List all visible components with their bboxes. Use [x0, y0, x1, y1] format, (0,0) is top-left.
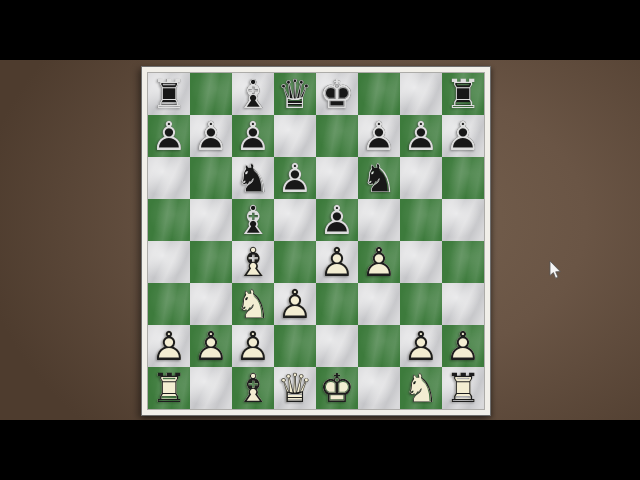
square-b7[interactable]: ♟♙	[190, 115, 232, 157]
piece-outline-glyph: ♗	[232, 199, 274, 241]
piece-black-rook[interactable]: ♜♖	[148, 73, 190, 115]
piece-black-queen[interactable]: ♛♕	[274, 73, 316, 115]
piece-outline-glyph: ♙	[190, 115, 232, 157]
piece-black-pawn[interactable]: ♟♙	[190, 115, 232, 157]
square-b6[interactable]	[190, 157, 232, 199]
piece-outline-glyph: ♙	[190, 325, 232, 367]
piece-outline-glyph: ♙	[316, 199, 358, 241]
square-c2[interactable]: ♟♙	[232, 325, 274, 367]
piece-outline-glyph: ♙	[232, 325, 274, 367]
square-a7[interactable]: ♟♙	[148, 115, 190, 157]
piece-white-pawn[interactable]: ♟♙	[442, 325, 484, 367]
square-h4[interactable]	[442, 241, 484, 283]
square-g6[interactable]	[400, 157, 442, 199]
square-c1[interactable]: ♝♗	[232, 367, 274, 409]
square-d8[interactable]: ♛♕	[274, 73, 316, 115]
piece-black-pawn[interactable]: ♟♙	[316, 199, 358, 241]
piece-outline-glyph: ♖	[442, 367, 484, 409]
piece-white-pawn[interactable]: ♟♙	[232, 325, 274, 367]
piece-white-pawn[interactable]: ♟♙	[316, 241, 358, 283]
piece-white-knight[interactable]: ♞♘	[232, 283, 274, 325]
square-f2[interactable]	[358, 325, 400, 367]
piece-black-pawn[interactable]: ♟♙	[232, 115, 274, 157]
letterbox-top	[0, 0, 640, 60]
piece-outline-glyph: ♖	[148, 367, 190, 409]
square-a5[interactable]	[148, 199, 190, 241]
square-a2[interactable]: ♟♙	[148, 325, 190, 367]
square-g2[interactable]: ♟♙	[400, 325, 442, 367]
square-d7[interactable]	[274, 115, 316, 157]
piece-outline-glyph: ♙	[232, 115, 274, 157]
square-e7[interactable]	[316, 115, 358, 157]
square-e1[interactable]: ♚♔	[316, 367, 358, 409]
square-g7[interactable]: ♟♙	[400, 115, 442, 157]
piece-outline-glyph: ♙	[148, 325, 190, 367]
piece-outline-glyph: ♖	[148, 73, 190, 115]
piece-outline-glyph: ♘	[232, 157, 274, 199]
piece-black-pawn[interactable]: ♟♙	[148, 115, 190, 157]
piece-black-bishop[interactable]: ♝♗	[232, 199, 274, 241]
square-h6[interactable]	[442, 157, 484, 199]
piece-white-bishop[interactable]: ♝♗	[232, 367, 274, 409]
square-f4[interactable]: ♟♙	[358, 241, 400, 283]
piece-black-pawn[interactable]: ♟♙	[274, 157, 316, 199]
square-f1[interactable]	[358, 367, 400, 409]
piece-outline-glyph: ♕	[274, 73, 316, 115]
square-b1[interactable]	[190, 367, 232, 409]
square-f6[interactable]: ♞♘	[358, 157, 400, 199]
square-b5[interactable]	[190, 199, 232, 241]
piece-outline-glyph: ♙	[274, 157, 316, 199]
square-d4[interactable]	[274, 241, 316, 283]
piece-outline-glyph: ♔	[316, 367, 358, 409]
square-e6[interactable]	[316, 157, 358, 199]
piece-outline-glyph: ♔	[316, 73, 358, 115]
square-d6[interactable]: ♟♙	[274, 157, 316, 199]
screen: { "game": "chess", "position": { "fen": …	[0, 0, 640, 480]
mouse-cursor-icon	[549, 261, 562, 280]
piece-white-rook[interactable]: ♜♖	[148, 367, 190, 409]
piece-black-king[interactable]: ♚♔	[316, 73, 358, 115]
letterbox-bottom	[0, 420, 640, 480]
video-stage: ♜♖♝♗♛♕♚♔♜♖♟♙♟♙♟♙♟♙♟♙♟♙♞♘♟♙♞♘♝♗♟♙♝♗♟♙♟♙♞♘…	[0, 60, 640, 420]
square-c5[interactable]: ♝♗	[232, 199, 274, 241]
square-f7[interactable]: ♟♙	[358, 115, 400, 157]
piece-white-pawn[interactable]: ♟♙	[358, 241, 400, 283]
piece-outline-glyph: ♕	[274, 367, 316, 409]
piece-black-rook[interactable]: ♜♖	[442, 73, 484, 115]
square-c3[interactable]: ♞♘	[232, 283, 274, 325]
square-h8[interactable]: ♜♖	[442, 73, 484, 115]
piece-black-knight[interactable]: ♞♘	[232, 157, 274, 199]
piece-white-pawn[interactable]: ♟♙	[400, 325, 442, 367]
square-g5[interactable]	[400, 199, 442, 241]
piece-black-knight[interactable]: ♞♘	[358, 157, 400, 199]
piece-black-pawn[interactable]: ♟♙	[358, 115, 400, 157]
square-d1[interactable]: ♛♕	[274, 367, 316, 409]
square-h2[interactable]: ♟♙	[442, 325, 484, 367]
square-a6[interactable]	[148, 157, 190, 199]
square-d2[interactable]	[274, 325, 316, 367]
chess-board-frame: ♜♖♝♗♛♕♚♔♜♖♟♙♟♙♟♙♟♙♟♙♟♙♞♘♟♙♞♘♝♗♟♙♝♗♟♙♟♙♞♘…	[141, 66, 491, 416]
piece-black-bishop[interactable]: ♝♗	[232, 73, 274, 115]
square-h3[interactable]	[442, 283, 484, 325]
square-h7[interactable]: ♟♙	[442, 115, 484, 157]
square-f8[interactable]	[358, 73, 400, 115]
piece-white-pawn[interactable]: ♟♙	[190, 325, 232, 367]
piece-outline-glyph: ♘	[358, 157, 400, 199]
square-b8[interactable]	[190, 73, 232, 115]
square-c4[interactable]: ♝♗	[232, 241, 274, 283]
piece-white-knight[interactable]: ♞♘	[400, 367, 442, 409]
piece-outline-glyph: ♙	[316, 241, 358, 283]
square-b3[interactable]	[190, 283, 232, 325]
piece-outline-glyph: ♘	[232, 283, 274, 325]
piece-outline-glyph: ♙	[400, 115, 442, 157]
piece-outline-glyph: ♖	[442, 73, 484, 115]
piece-white-rook[interactable]: ♜♖	[442, 367, 484, 409]
square-d5[interactable]	[274, 199, 316, 241]
piece-white-pawn[interactable]: ♟♙	[148, 325, 190, 367]
square-e2[interactable]	[316, 325, 358, 367]
square-f5[interactable]	[358, 199, 400, 241]
piece-outline-glyph: ♙	[358, 241, 400, 283]
piece-outline-glyph: ♗	[232, 73, 274, 115]
piece-outline-glyph: ♙	[442, 325, 484, 367]
piece-outline-glyph: ♗	[232, 241, 274, 283]
square-b2[interactable]: ♟♙	[190, 325, 232, 367]
piece-white-king[interactable]: ♚♔	[316, 367, 358, 409]
square-d3[interactable]: ♟♙	[274, 283, 316, 325]
square-b4[interactable]	[190, 241, 232, 283]
square-c6[interactable]: ♞♘	[232, 157, 274, 199]
square-e5[interactable]: ♟♙	[316, 199, 358, 241]
square-e8[interactable]: ♚♔	[316, 73, 358, 115]
piece-black-pawn[interactable]: ♟♙	[442, 115, 484, 157]
square-a8[interactable]: ♜♖	[148, 73, 190, 115]
piece-outline-glyph: ♘	[400, 367, 442, 409]
square-a3[interactable]	[148, 283, 190, 325]
piece-black-pawn[interactable]: ♟♙	[400, 115, 442, 157]
piece-white-queen[interactable]: ♛♕	[274, 367, 316, 409]
piece-outline-glyph: ♗	[232, 367, 274, 409]
piece-outline-glyph: ♙	[400, 325, 442, 367]
square-f3[interactable]	[358, 283, 400, 325]
square-g3[interactable]	[400, 283, 442, 325]
piece-outline-glyph: ♙	[442, 115, 484, 157]
chess-board: ♜♖♝♗♛♕♚♔♜♖♟♙♟♙♟♙♟♙♟♙♟♙♞♘♟♙♞♘♝♗♟♙♝♗♟♙♟♙♞♘…	[148, 73, 484, 409]
square-e3[interactable]	[316, 283, 358, 325]
square-e4[interactable]: ♟♙	[316, 241, 358, 283]
piece-outline-glyph: ♙	[358, 115, 400, 157]
piece-outline-glyph: ♙	[148, 115, 190, 157]
square-h1[interactable]: ♜♖	[442, 367, 484, 409]
square-h5[interactable]	[442, 199, 484, 241]
square-c8[interactable]: ♝♗	[232, 73, 274, 115]
square-g8[interactable]	[400, 73, 442, 115]
square-c7[interactable]: ♟♙	[232, 115, 274, 157]
square-g1[interactable]: ♞♘	[400, 367, 442, 409]
square-a1[interactable]: ♜♖	[148, 367, 190, 409]
piece-white-pawn[interactable]: ♟♙	[274, 283, 316, 325]
piece-white-bishop[interactable]: ♝♗	[232, 241, 274, 283]
piece-outline-glyph: ♙	[274, 283, 316, 325]
square-a4[interactable]	[148, 241, 190, 283]
square-g4[interactable]	[400, 241, 442, 283]
